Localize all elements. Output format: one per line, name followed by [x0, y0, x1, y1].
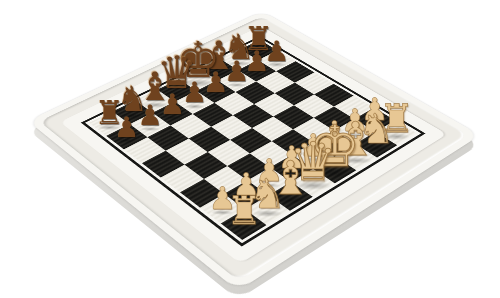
photo-stage: ♜♞♝♛♚♝♞♜♟♟♟♟♟♟♟♟♟♟♟♟♟♟♟♟♜♞♝♛♚♝♞♜	[0, 0, 500, 298]
chess-board	[28, 11, 480, 290]
